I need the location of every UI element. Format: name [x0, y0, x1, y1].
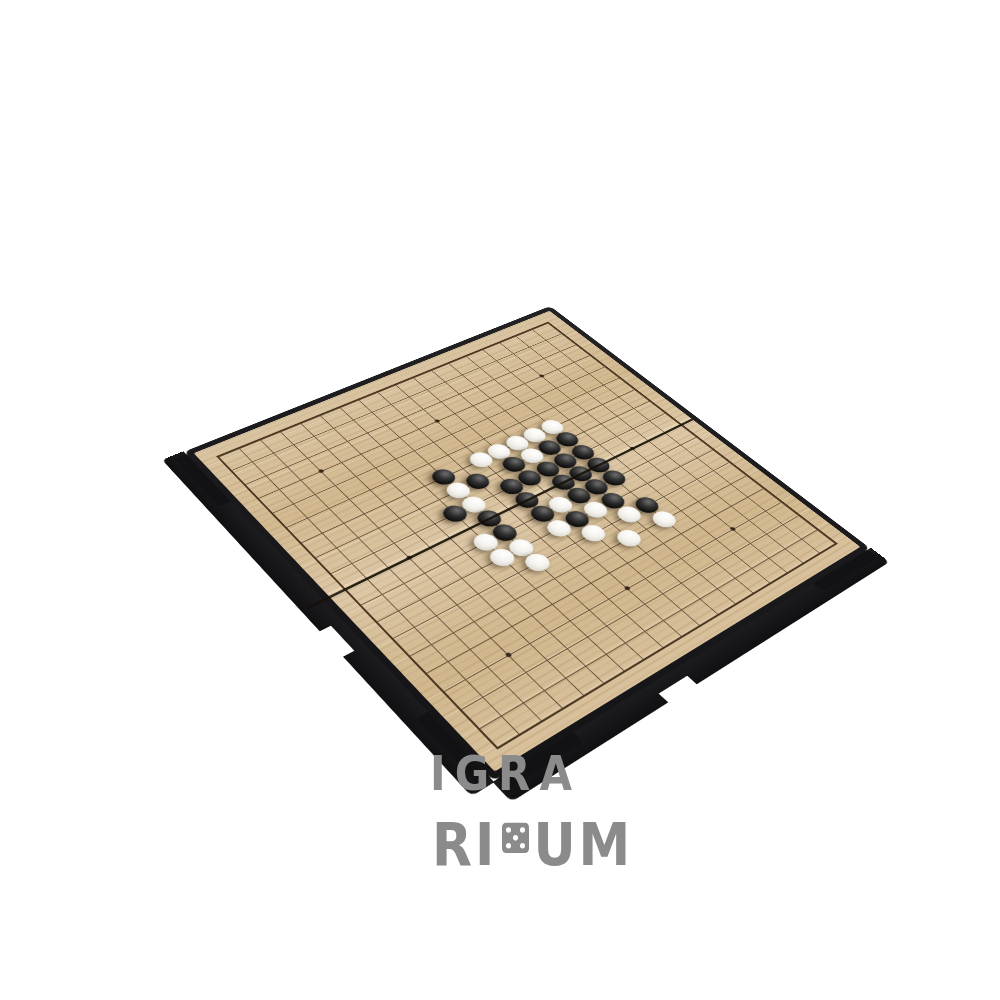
stones-layer	[216, 322, 838, 750]
product-photo: IGRA RI UM	[0, 0, 1000, 1000]
watermark-line1: IGRA	[430, 750, 581, 798]
board-base-frame	[184, 306, 870, 781]
base-notch	[318, 625, 354, 657]
board-surface	[194, 311, 861, 772]
white-stone	[612, 527, 645, 550]
go-board	[184, 306, 870, 781]
watermark-line2: RI UM	[432, 816, 633, 874]
base-notch	[659, 676, 699, 704]
watermark-line2-right: UM	[533, 816, 633, 874]
watermark-line2-left: RI	[432, 816, 497, 874]
dice-icon	[502, 823, 529, 853]
watermark-logo: IGRA RI UM	[430, 750, 581, 792]
